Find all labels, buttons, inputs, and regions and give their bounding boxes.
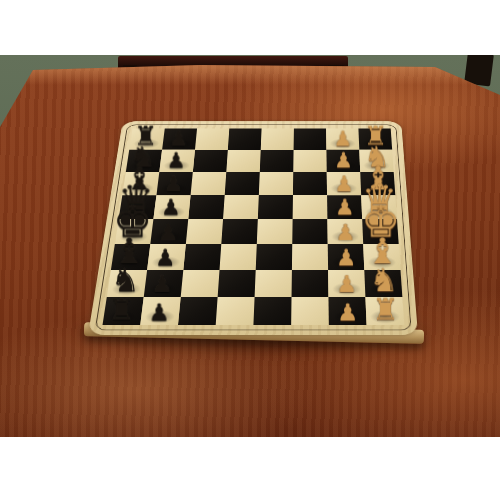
square-e7: ♟	[150, 219, 188, 244]
square-b7: ♟	[159, 150, 195, 172]
square-a3	[294, 128, 327, 149]
piece-black-pawn: ♟	[158, 221, 178, 243]
square-h3	[291, 297, 329, 325]
square-c3	[293, 172, 327, 195]
square-b6	[193, 150, 228, 172]
square-h6	[178, 297, 218, 325]
square-d6	[188, 195, 224, 219]
piece-black-pawn: ♟	[164, 173, 183, 195]
square-f5	[220, 244, 257, 270]
chessboard: ♜♟♟♜♞♟♟♞♝♟♟♝♛♟♟♛♚♟♟♚♝♟♟♝♞♟♟♞♜♟♟♜	[88, 121, 418, 335]
square-h8: ♜	[103, 297, 144, 325]
square-c5	[225, 172, 260, 195]
piece-black-pawn: ♟	[149, 301, 170, 325]
piece-white-pawn: ♟	[336, 246, 356, 269]
square-c6	[191, 172, 227, 195]
piece-white-pawn: ♟	[335, 197, 355, 219]
piece-white-pawn: ♟	[334, 129, 353, 150]
square-e2: ♟	[327, 219, 363, 244]
square-a7: ♟	[162, 128, 197, 149]
square-c2: ♟	[327, 172, 361, 195]
square-g6	[181, 270, 220, 297]
piece-black-rook: ♜	[108, 295, 135, 325]
board-grid: ♜♟♟♜♞♟♟♞♝♟♟♝♛♟♟♛♚♟♟♚♝♟♟♝♞♟♟♞♜♟♟♜	[103, 128, 405, 325]
square-d2: ♟	[327, 195, 362, 219]
square-a5	[228, 128, 262, 149]
piece-black-pawn: ♟	[155, 246, 175, 269]
square-g7: ♟	[144, 270, 184, 297]
square-d5	[223, 195, 259, 219]
photo: ♜♟♟♜♞♟♟♞♝♟♟♝♛♟♟♛♚♟♟♚♝♟♟♝♞♟♟♞♜♟♟♜	[0, 55, 500, 437]
square-h5	[216, 297, 255, 325]
board-scene: ♜♟♟♜♞♟♟♞♝♟♟♝♛♟♟♛♚♟♟♚♝♟♟♝♞♟♟♞♜♟♟♜	[0, 55, 500, 437]
square-d3	[293, 195, 328, 219]
square-a2: ♟	[326, 128, 359, 149]
piece-white-pawn: ♟	[337, 301, 358, 325]
square-g3	[292, 270, 329, 297]
square-h1: ♜	[365, 297, 404, 325]
board-frame: ♜♟♟♜♞♟♟♞♝♟♟♝♛♟♟♛♚♟♟♚♝♟♟♝♞♟♟♞♜♟♟♜	[88, 121, 418, 335]
piece-white-pawn: ♟	[334, 150, 353, 171]
square-g5	[218, 270, 256, 297]
square-d4	[258, 195, 293, 219]
square-f4	[256, 244, 293, 270]
square-b3	[293, 150, 326, 172]
square-b2: ♟	[326, 150, 360, 172]
piece-white-pawn: ♟	[334, 173, 353, 195]
square-c7: ♟	[156, 172, 192, 195]
square-e6	[186, 219, 223, 244]
square-d7: ♟	[153, 195, 190, 219]
square-f2: ♟	[328, 244, 365, 270]
square-b5	[226, 150, 260, 172]
square-e3	[292, 219, 327, 244]
square-f7: ♟	[147, 244, 186, 270]
square-h4	[253, 297, 291, 325]
square-a6	[195, 128, 229, 149]
square-a4	[261, 128, 294, 149]
piece-black-pawn: ♟	[167, 150, 186, 171]
square-h2: ♟	[328, 297, 366, 325]
square-c4	[259, 172, 293, 195]
piece-black-pawn: ♟	[161, 197, 181, 219]
square-e4	[257, 219, 293, 244]
square-f6	[183, 244, 221, 270]
square-e5	[221, 219, 258, 244]
square-b4	[260, 150, 294, 172]
piece-black-pawn: ♟	[169, 129, 188, 150]
piece-white-pawn: ♟	[335, 221, 355, 243]
square-f3	[292, 244, 328, 270]
square-g2: ♟	[328, 270, 365, 297]
piece-white-pawn: ♟	[336, 273, 357, 296]
piece-white-rook: ♜	[372, 295, 399, 325]
square-h7: ♟	[140, 297, 180, 325]
square-g4	[255, 270, 292, 297]
piece-black-pawn: ♟	[152, 273, 173, 296]
